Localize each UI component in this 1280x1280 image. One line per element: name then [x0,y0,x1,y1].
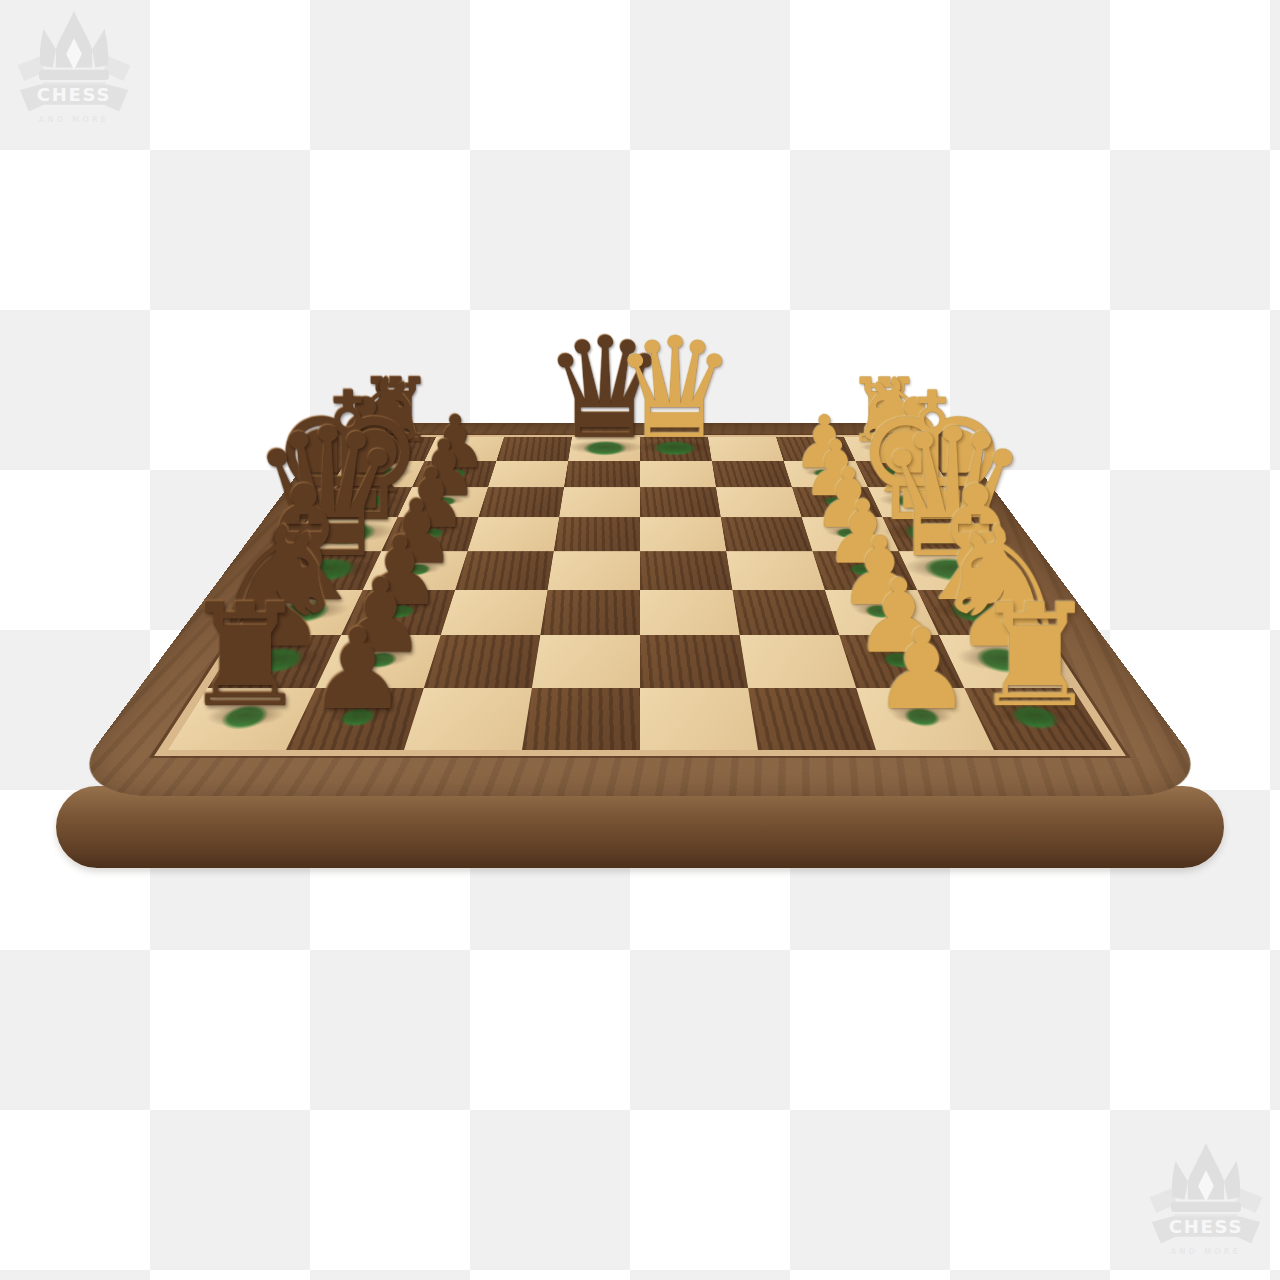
board-squares [168,437,1112,750]
square-g3 [712,461,792,488]
square-b6 [424,635,540,688]
square-a6 [404,688,532,750]
square-d6 [455,551,554,590]
product-photo: CHESS AND MORE ♜♛♛♜♞♟♟♞♝♟♟♝♚♟♟♚♛♟♟♛♝♟♟♝♞… [0,0,1280,1280]
square-a3 [748,688,876,750]
square-e3 [721,517,813,551]
square-h6 [496,437,572,461]
square-c3 [732,590,839,635]
square-f5 [559,487,640,517]
square-f6 [478,487,564,517]
piece-black-rook-h8: ♜ [313,361,479,449]
square-h7 [425,437,504,461]
square-e5 [554,517,640,551]
piece-white-queen-h4: ♛ [592,309,758,448]
chess-board: ♜♛♛♜♞♟♟♞♝♟♟♝♚♟♟♚♛♟♟♛♝♟♟♝♞♟♟♞♜♟♟♜ [59,423,1221,796]
piece-shadow [566,440,644,454]
square-a5 [522,688,640,750]
square-d3 [726,551,825,590]
square-a4 [640,688,758,750]
square-e4 [640,517,726,551]
square-b5 [532,635,640,688]
square-g6 [488,461,568,488]
piece-shadow [637,440,715,454]
square-h2 [776,437,855,461]
square-c6 [441,590,548,635]
square-f4 [640,487,721,517]
board-perspective-scene: ♜♛♛♜♞♟♟♞♝♟♟♝♚♟♟♚♛♟♟♛♝♟♟♝♞♟♟♞♜♟♟♜ [0,0,1280,1280]
square-e6 [467,517,559,551]
square-d4 [640,551,732,590]
square-c5 [540,590,640,635]
square-b3 [740,635,856,688]
square-c4 [640,590,740,635]
square-f3 [716,487,802,517]
square-d5 [548,551,640,590]
square-g4 [640,461,716,488]
square-b4 [640,635,748,688]
piece-white-rook-h1: ♜ [802,361,968,449]
piece-shadow [345,466,418,479]
square-g5 [564,461,640,488]
square-h3 [708,437,784,461]
piece-black-queen-h5: ♛ [522,309,688,448]
